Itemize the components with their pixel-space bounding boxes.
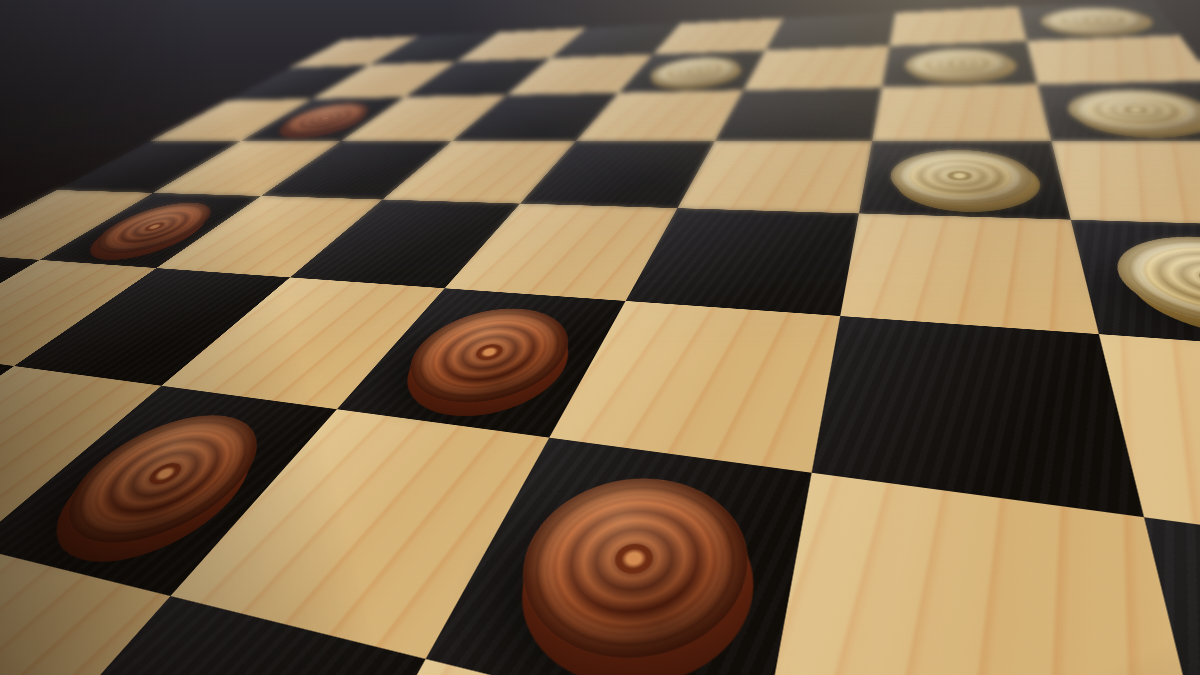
square-g4[interactable] bbox=[840, 213, 1099, 334]
light-checker-h6[interactable]: ⛀ bbox=[1062, 88, 1200, 132]
square-h5[interactable] bbox=[1051, 141, 1200, 227]
square-g6[interactable] bbox=[872, 84, 1051, 141]
light-checker-h8[interactable]: ⛀ bbox=[1037, 5, 1154, 35]
square-f6[interactable] bbox=[715, 87, 882, 141]
checkers-board: ⛂⛂⛂⛂⛂⛀⛀⛀⛀⛀⛀ bbox=[0, 0, 1200, 675]
square-g8[interactable] bbox=[890, 7, 1027, 46]
square-f7[interactable] bbox=[743, 46, 889, 90]
checkers-photo-scene: ⛂⛂⛂⛂⛂⛀⛀⛀⛀⛀⛀ bbox=[0, 0, 1200, 675]
square-h7[interactable] bbox=[1027, 35, 1200, 84]
light-checker-h4[interactable]: ⛀ bbox=[1106, 234, 1200, 332]
square-f8[interactable] bbox=[766, 13, 896, 51]
light-checker-g7[interactable]: ⛀ bbox=[903, 47, 1014, 81]
light-checker-g5[interactable]: ⛀ bbox=[887, 150, 1037, 207]
